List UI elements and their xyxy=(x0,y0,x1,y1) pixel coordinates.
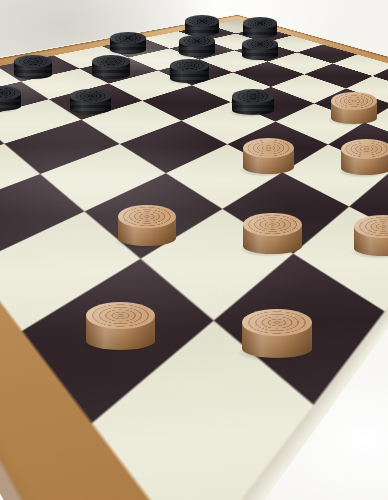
pieces-layer xyxy=(0,0,388,500)
checker-top xyxy=(185,15,219,27)
black-checker[interactable] xyxy=(110,32,146,54)
checker-top xyxy=(331,92,377,110)
wood-checker[interactable] xyxy=(341,139,388,175)
checkers-photo-scene xyxy=(0,0,388,500)
checker-top xyxy=(243,213,302,236)
checker-top xyxy=(243,17,277,29)
checker-top xyxy=(118,205,176,228)
black-checker[interactable] xyxy=(243,17,277,38)
wood-checker[interactable] xyxy=(118,205,176,246)
black-checker[interactable] xyxy=(170,59,209,83)
checker-top xyxy=(86,302,155,329)
black-checker[interactable] xyxy=(70,89,111,114)
black-checker[interactable] xyxy=(242,38,278,60)
black-checker[interactable] xyxy=(232,89,274,115)
black-checker[interactable] xyxy=(0,86,21,111)
wood-checker[interactable] xyxy=(243,213,302,254)
black-checker[interactable] xyxy=(179,35,215,57)
checker-top xyxy=(70,89,111,103)
wood-checker[interactable] xyxy=(243,138,294,174)
checker-top xyxy=(232,89,274,104)
black-checker[interactable] xyxy=(185,15,219,36)
wood-checker[interactable] xyxy=(354,215,388,256)
checker-top xyxy=(243,138,294,158)
wood-checker[interactable] xyxy=(242,309,312,358)
wood-checker[interactable] xyxy=(86,302,155,350)
wood-checker[interactable] xyxy=(331,92,377,124)
checker-top xyxy=(341,139,388,159)
black-checker[interactable] xyxy=(14,55,52,79)
black-checker[interactable] xyxy=(92,55,130,79)
